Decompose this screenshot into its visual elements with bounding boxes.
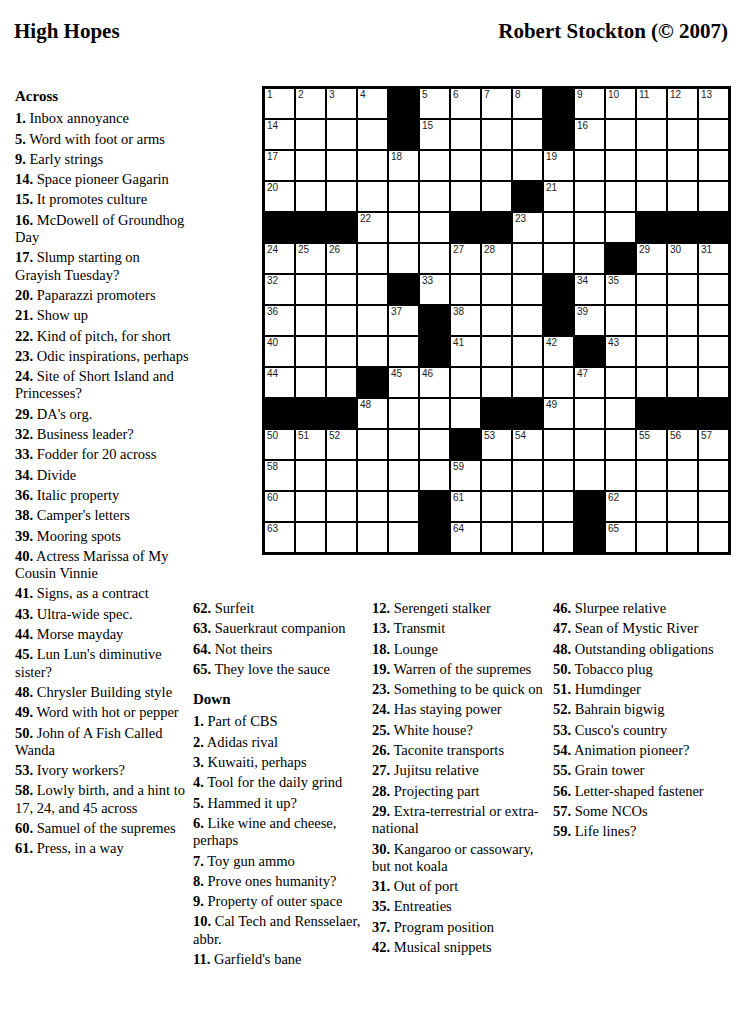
clue-down-2: 2. Adidas rival [193, 734, 363, 751]
grid-cell-r15c14[interactable] [668, 523, 697, 552]
clue-across-20: 20. Paparazzi promoters [15, 287, 189, 304]
cell-number-50: 50 [267, 430, 278, 442]
puzzle-byline: Robert Stockton (© 2007) [498, 19, 728, 44]
grid-cell-r6c15[interactable]: 31 [699, 244, 728, 273]
black-square-r5c8 [482, 213, 511, 242]
grid-cell-r8c8[interactable] [482, 306, 511, 335]
clue-number: 60. [15, 820, 33, 836]
clue-number: 24. [372, 701, 390, 717]
clue-number: 8. [193, 873, 204, 889]
grid-cell-r2c4[interactable] [358, 120, 387, 149]
cell-number-62: 62 [608, 492, 619, 504]
cell-number-22: 22 [360, 213, 371, 225]
clue-across-14: 14. Space pioneer Gagarin [15, 171, 189, 188]
cell-number-52: 52 [329, 430, 340, 442]
grid-cell-r7c3[interactable] [327, 275, 356, 304]
black-square-r12c7 [451, 430, 480, 459]
grid-cell-r2c7[interactable] [451, 120, 480, 149]
grid-cell-r6c14[interactable]: 30 [668, 244, 697, 273]
grid-cell-r15c5[interactable] [389, 523, 418, 552]
clue-number: 7. [193, 853, 204, 869]
grid-cell-r11c7[interactable] [451, 399, 480, 428]
grid-cell-r10c14[interactable] [668, 368, 697, 397]
grid-cell-r9c8[interactable] [482, 337, 511, 366]
grid-cell-r13c15[interactable] [699, 461, 728, 490]
grid-cell-r2c12[interactable] [606, 120, 635, 149]
clue-number: 63. [193, 620, 211, 636]
clue-number: 50. [15, 725, 33, 741]
black-square-r1c5 [389, 89, 418, 118]
black-square-r11c8 [482, 399, 511, 428]
grid-cell-r4c2[interactable] [296, 182, 325, 211]
cell-number-17: 17 [267, 151, 278, 163]
black-square-r11c15 [699, 399, 728, 428]
grid-cell-r12c10[interactable] [544, 430, 573, 459]
clue-number: 14. [15, 171, 33, 187]
clue-text: Fodder for 20 across [37, 446, 157, 462]
cell-number-49: 49 [546, 399, 557, 411]
grid-cell-r15c4[interactable] [358, 523, 387, 552]
grid-cell-r7c15[interactable] [699, 275, 728, 304]
clue-down-18: 18. Lounge [372, 641, 548, 658]
cell-number-27: 27 [453, 244, 464, 256]
clue-number: 43. [15, 606, 33, 622]
grid-cell-r4c1[interactable]: 20 [265, 182, 294, 211]
grid-cell-r2c14[interactable] [668, 120, 697, 149]
grid-cell-r15c7[interactable]: 64 [451, 523, 480, 552]
grid-cell-r1c15[interactable]: 13 [699, 89, 728, 118]
black-square-r11c13 [637, 399, 666, 428]
grid-cell-r10c6[interactable]: 46 [420, 368, 449, 397]
grid-cell-r14c8[interactable] [482, 492, 511, 521]
grid-cell-r9c5[interactable] [389, 337, 418, 366]
grid-cell-r15c8[interactable] [482, 523, 511, 552]
grid-cell-r9c12[interactable]: 43 [606, 337, 635, 366]
clue-number: 1. [193, 713, 204, 729]
grid-cell-r2c6[interactable]: 15 [420, 120, 449, 149]
grid-cell-r5c12[interactable] [606, 213, 635, 242]
clue-text: Inbox annoyance [30, 110, 129, 126]
grid-cell-r1c11[interactable]: 9 [575, 89, 604, 118]
clue-column-down-end: 46. Slurpee relative47. Sean of Mystic R… [553, 600, 735, 844]
grid-cell-r7c13[interactable] [637, 275, 666, 304]
grid-cell-r8c13[interactable] [637, 306, 666, 335]
grid-cell-r1c9[interactable]: 8 [513, 89, 542, 118]
grid-cell-r10c10[interactable] [544, 368, 573, 397]
grid-cell-r5c4[interactable]: 22 [358, 213, 387, 242]
clue-number: 17. [15, 249, 33, 265]
grid-cell-r3c15[interactable] [699, 151, 728, 180]
grid-cell-r2c9[interactable] [513, 120, 542, 149]
clue-down-47: 47. Sean of Mystic River [553, 620, 735, 637]
grid-cell-r13c1[interactable]: 58 [265, 461, 294, 490]
clue-number: 45. [15, 646, 33, 662]
grid-cell-r5c5[interactable] [389, 213, 418, 242]
grid-cell-r9c15[interactable] [699, 337, 728, 366]
cell-number-35: 35 [608, 275, 619, 287]
grid-cell-r8c2[interactable] [296, 306, 325, 335]
grid-cell-r4c7[interactable] [451, 182, 480, 211]
grid-cell-r5c10[interactable] [544, 213, 573, 242]
grid-cell-r7c12[interactable]: 35 [606, 275, 635, 304]
clue-number: 5. [15, 131, 26, 147]
clue-text: Mooring spots [37, 528, 121, 544]
grid-cell-r14c2[interactable] [296, 492, 325, 521]
grid-cell-r10c8[interactable] [482, 368, 511, 397]
grid-cell-r1c14[interactable]: 12 [668, 89, 697, 118]
grid-cell-r10c3[interactable] [327, 368, 356, 397]
grid-cell-r3c3[interactable] [327, 151, 356, 180]
cell-number-44: 44 [267, 368, 278, 380]
grid-cell-r7c14[interactable] [668, 275, 697, 304]
grid-cell-r1c1[interactable]: 1 [265, 89, 294, 118]
grid-cell-r12c8[interactable]: 53 [482, 430, 511, 459]
grid-cell-r15c1[interactable]: 63 [265, 523, 294, 552]
cell-number-25: 25 [298, 244, 309, 256]
clue-across-15: 15. It promotes culture [15, 191, 189, 208]
grid-cell-r12c14[interactable]: 56 [668, 430, 697, 459]
grid-cell-r3c1[interactable]: 17 [265, 151, 294, 180]
grid-cell-r3c5[interactable]: 18 [389, 151, 418, 180]
grid-cell-r4c10[interactable]: 21 [544, 182, 573, 211]
grid-cell-r6c13[interactable]: 29 [637, 244, 666, 273]
cell-number-5: 5 [422, 89, 428, 101]
grid-cell-r10c15[interactable] [699, 368, 728, 397]
grid-cell-r13c2[interactable] [296, 461, 325, 490]
grid-cell-r9c3[interactable] [327, 337, 356, 366]
black-square-r11c1 [265, 399, 294, 428]
grid-cell-r12c12[interactable] [606, 430, 635, 459]
black-square-r4c9 [513, 182, 542, 211]
cell-number-63: 63 [267, 523, 278, 535]
clue-across-58: 58. Lowly birth, and a hint to 17, 24, a… [15, 782, 189, 817]
clue-number: 16. [15, 212, 33, 228]
grid-cell-r14c12[interactable]: 62 [606, 492, 635, 521]
cell-number-33: 33 [422, 275, 433, 287]
grid-cell-r3c9[interactable] [513, 151, 542, 180]
grid-cell-r14c4[interactable] [358, 492, 387, 521]
grid-cell-r6c7[interactable]: 27 [451, 244, 480, 273]
clue-down-55: 55. Grain tower [553, 762, 735, 779]
grid-cell-r10c7[interactable] [451, 368, 480, 397]
grid-cell-r12c6[interactable] [420, 430, 449, 459]
black-square-r5c2 [296, 213, 325, 242]
grid-cell-r8c12[interactable] [606, 306, 635, 335]
grid-cell-r4c13[interactable] [637, 182, 666, 211]
grid-cell-r14c13[interactable] [637, 492, 666, 521]
grid-cell-r11c11[interactable] [575, 399, 604, 428]
clue-across-49: 49. Word with hot or pepper [15, 704, 189, 721]
grid-cell-r14c7[interactable]: 61 [451, 492, 480, 521]
clue-text: Letter-shaped fastener [575, 783, 704, 799]
black-square-r7c5 [389, 275, 418, 304]
grid-cell-r12c11[interactable] [575, 430, 604, 459]
grid-cell-r8c7[interactable]: 38 [451, 306, 480, 335]
clue-across-36: 36. Italic property [15, 487, 189, 504]
cell-number-38: 38 [453, 306, 464, 318]
grid-cell-r6c5[interactable] [389, 244, 418, 273]
black-square-r15c11 [575, 523, 604, 552]
grid-cell-r13c10[interactable] [544, 461, 573, 490]
grid-cell-r3c7[interactable] [451, 151, 480, 180]
grid-cell-r15c10[interactable] [544, 523, 573, 552]
grid-cell-r2c1[interactable]: 14 [265, 120, 294, 149]
grid-cell-r4c11[interactable] [575, 182, 604, 211]
grid-cell-r6c6[interactable] [420, 244, 449, 273]
clue-text: Lowly birth, and a hint to 17, 24, and 4… [15, 782, 185, 815]
cell-number-46: 46 [422, 368, 433, 380]
grid-cell-r11c4[interactable]: 48 [358, 399, 387, 428]
grid-cell-r6c2[interactable]: 25 [296, 244, 325, 273]
grid-cell-r15c9[interactable] [513, 523, 542, 552]
grid-cell-r4c5[interactable] [389, 182, 418, 211]
grid-cell-r10c5[interactable]: 45 [389, 368, 418, 397]
grid-cell-r3c13[interactable] [637, 151, 666, 180]
grid-cell-r9c1[interactable]: 40 [265, 337, 294, 366]
grid-cell-r15c13[interactable] [637, 523, 666, 552]
grid-cell-r5c6[interactable] [420, 213, 449, 242]
clue-number: 42. [372, 939, 390, 955]
clue-down-10: 10. Cal Tech and Rensselaer, abbr. [193, 913, 363, 948]
clue-text: It promotes culture [37, 191, 147, 207]
clue-number: 31. [372, 878, 390, 894]
grid-cell-r7c9[interactable] [513, 275, 542, 304]
grid-cell-r11c6[interactable] [420, 399, 449, 428]
clue-text: Ivory workers? [37, 762, 125, 778]
grid-cell-r13c9[interactable] [513, 461, 542, 490]
cell-number-53: 53 [484, 430, 495, 442]
cell-number-29: 29 [639, 244, 650, 256]
grid-cell-r4c3[interactable] [327, 182, 356, 211]
grid-cell-r7c2[interactable] [296, 275, 325, 304]
grid-cell-r12c4[interactable] [358, 430, 387, 459]
black-square-r2c5 [389, 120, 418, 149]
black-square-r14c6 [420, 492, 449, 521]
grid-cell-r2c13[interactable] [637, 120, 666, 149]
grid-cell-r3c4[interactable] [358, 151, 387, 180]
grid-cell-r6c8[interactable]: 28 [482, 244, 511, 273]
grid-cell-r15c15[interactable] [699, 523, 728, 552]
cell-number-34: 34 [577, 275, 588, 287]
grid-cell-r5c9[interactable]: 23 [513, 213, 542, 242]
clue-down-11: 11. Garfield's bane [193, 951, 363, 968]
clue-text: Kind of pitch, for short [37, 328, 171, 344]
grid-cell-r3c10[interactable]: 19 [544, 151, 573, 180]
grid-cell-r11c12[interactable] [606, 399, 635, 428]
grid-cell-r8c11[interactable]: 39 [575, 306, 604, 335]
puzzle-title: High Hopes [14, 19, 120, 44]
black-square-r11c2 [296, 399, 325, 428]
grid-cell-r8c14[interactable] [668, 306, 697, 335]
grid-cell-r15c12[interactable]: 65 [606, 523, 635, 552]
grid-cell-r4c6[interactable] [420, 182, 449, 211]
grid-cell-r12c15[interactable]: 57 [699, 430, 728, 459]
grid-cell-r2c3[interactable] [327, 120, 356, 149]
clue-text: Samuel of the supremes [37, 820, 176, 836]
grid-cell-r7c6[interactable]: 33 [420, 275, 449, 304]
grid-cell-r7c11[interactable]: 34 [575, 275, 604, 304]
grid-cell-r9c4[interactable] [358, 337, 387, 366]
black-square-r11c14 [668, 399, 697, 428]
grid-cell-r14c10[interactable] [544, 492, 573, 521]
clue-text: Projecting part [394, 783, 480, 799]
clue-number: 39. [15, 528, 33, 544]
clue-across-22: 22. Kind of pitch, for short [15, 328, 189, 345]
clue-text: Early strings [30, 151, 104, 167]
grid-cell-r13c4[interactable] [358, 461, 387, 490]
grid-cell-r14c1[interactable]: 60 [265, 492, 294, 521]
grid-cell-r4c14[interactable] [668, 182, 697, 211]
clue-down-35: 35. Entreaties [372, 898, 548, 915]
grid-cell-r10c11[interactable]: 47 [575, 368, 604, 397]
cell-number-60: 60 [267, 492, 278, 504]
grid-cell-r9c13[interactable] [637, 337, 666, 366]
grid-cell-r2c11[interactable]: 16 [575, 120, 604, 149]
grid-cell-r3c12[interactable] [606, 151, 635, 180]
grid-cell-r5c11[interactable] [575, 213, 604, 242]
grid-cell-r6c11[interactable] [575, 244, 604, 273]
cell-number-9: 9 [577, 89, 583, 101]
grid-cell-r12c9[interactable]: 54 [513, 430, 542, 459]
grid-cell-r1c4[interactable]: 4 [358, 89, 387, 118]
clue-text: Hammed it up? [208, 795, 297, 811]
grid-cell-r3c11[interactable] [575, 151, 604, 180]
grid-cell-r13c12[interactable] [606, 461, 635, 490]
grid-cell-r2c8[interactable] [482, 120, 511, 149]
grid-cell-r9c9[interactable] [513, 337, 542, 366]
grid-cell-r7c1[interactable]: 32 [265, 275, 294, 304]
clue-down-5: 5. Hammed it up? [193, 795, 363, 812]
grid-cell-r1c7[interactable]: 6 [451, 89, 480, 118]
clue-number: 12. [372, 600, 390, 616]
grid-cell-r7c4[interactable] [358, 275, 387, 304]
clue-down-12: 12. Serengeti stalker [372, 600, 548, 617]
grid-cell-r10c13[interactable] [637, 368, 666, 397]
grid-cell-r13c8[interactable] [482, 461, 511, 490]
clue-down-9: 9. Property of outer space [193, 893, 363, 910]
cell-number-16: 16 [577, 120, 588, 132]
grid-cell-r6c1[interactable]: 24 [265, 244, 294, 273]
grid-cell-r7c7[interactable] [451, 275, 480, 304]
grid-cell-r8c1[interactable]: 36 [265, 306, 294, 335]
grid-cell-r14c15[interactable] [699, 492, 728, 521]
grid-cell-r1c2[interactable]: 2 [296, 89, 325, 118]
grid-cell-r6c4[interactable] [358, 244, 387, 273]
grid-cell-r2c2[interactable] [296, 120, 325, 149]
grid-cell-r14c14[interactable] [668, 492, 697, 521]
clue-number: 20. [15, 287, 33, 303]
black-square-r5c1 [265, 213, 294, 242]
grid-cell-r6c3[interactable]: 26 [327, 244, 356, 273]
grid-cell-r9c7[interactable]: 41 [451, 337, 480, 366]
grid-cell-r8c4[interactable] [358, 306, 387, 335]
grid-cell-r13c14[interactable] [668, 461, 697, 490]
grid-cell-r1c12[interactable]: 10 [606, 89, 635, 118]
clue-number: 11. [193, 951, 210, 967]
grid-cell-r13c6[interactable] [420, 461, 449, 490]
clue-text: Like wine and cheese, perhaps [193, 815, 336, 848]
grid-cell-r8c15[interactable] [699, 306, 728, 335]
clue-number: 46. [553, 600, 571, 616]
grid-cell-r14c3[interactable] [327, 492, 356, 521]
grid-cell-r3c8[interactable] [482, 151, 511, 180]
grid-cell-r4c12[interactable] [606, 182, 635, 211]
grid-cell-r3c2[interactable] [296, 151, 325, 180]
grid-cell-r8c3[interactable] [327, 306, 356, 335]
clue-number: 1. [15, 110, 26, 126]
grid-cell-r13c11[interactable] [575, 461, 604, 490]
grid-cell-r4c15[interactable] [699, 182, 728, 211]
black-square-r10c4 [358, 368, 387, 397]
grid-cell-r1c6[interactable]: 5 [420, 89, 449, 118]
grid-cell-r4c4[interactable] [358, 182, 387, 211]
cell-number-30: 30 [670, 244, 681, 256]
grid-cell-r1c3[interactable]: 3 [327, 89, 356, 118]
grid-cell-r14c5[interactable] [389, 492, 418, 521]
clue-text: Show up [37, 307, 88, 323]
clue-number: 29. [372, 803, 390, 819]
grid-cell-r3c14[interactable] [668, 151, 697, 180]
cell-number-12: 12 [670, 89, 681, 101]
clue-text: Toy gun ammo [207, 853, 295, 869]
grid-cell-r10c12[interactable] [606, 368, 635, 397]
cell-number-57: 57 [701, 430, 712, 442]
clue-text: Camper's letters [37, 507, 130, 523]
grid-cell-r10c9[interactable] [513, 368, 542, 397]
grid-cell-r1c13[interactable]: 11 [637, 89, 666, 118]
grid-cell-r13c3[interactable] [327, 461, 356, 490]
grid-cell-r12c1[interactable]: 50 [265, 430, 294, 459]
grid-cell-r2c15[interactable] [699, 120, 728, 149]
clue-across-61: 61. Press, in a way [15, 840, 189, 857]
grid-cell-r9c10[interactable]: 42 [544, 337, 573, 366]
clue-down-31: 31. Out of port [372, 878, 548, 895]
grid-cell-r12c13[interactable]: 55 [637, 430, 666, 459]
grid-cell-r14c9[interactable] [513, 492, 542, 521]
clue-down-4: 4. Tool for the daily grind [193, 774, 363, 791]
clue-across-17: 17. Slump starting on Grayish Tuesday? [15, 249, 189, 284]
grid-cell-r11c10[interactable]: 49 [544, 399, 573, 428]
grid-cell-r7c8[interactable] [482, 275, 511, 304]
cell-number-64: 64 [453, 523, 464, 535]
grid-cell-r12c3[interactable]: 52 [327, 430, 356, 459]
grid-cell-r9c14[interactable] [668, 337, 697, 366]
grid-cell-r8c5[interactable]: 37 [389, 306, 418, 335]
clue-across-60: 60. Samuel of the supremes [15, 820, 189, 837]
black-square-r5c15 [699, 213, 728, 242]
grid-cell-r6c10[interactable] [544, 244, 573, 273]
grid-cell-r12c5[interactable] [389, 430, 418, 459]
grid-cell-r13c5[interactable] [389, 461, 418, 490]
grid-cell-r6c9[interactable] [513, 244, 542, 273]
clue-number: 2. [193, 734, 204, 750]
grid-cell-r15c2[interactable] [296, 523, 325, 552]
clue-number: 53. [15, 762, 33, 778]
cell-number-54: 54 [515, 430, 526, 442]
grid-cell-r1c8[interactable]: 7 [482, 89, 511, 118]
grid-cell-r8c9[interactable] [513, 306, 542, 335]
grid-cell-r3c6[interactable] [420, 151, 449, 180]
grid-cell-r13c13[interactable] [637, 461, 666, 490]
grid-cell-r10c1[interactable]: 44 [265, 368, 294, 397]
grid-cell-r15c3[interactable] [327, 523, 356, 552]
grid-cell-r10c2[interactable] [296, 368, 325, 397]
grid-cell-r12c2[interactable]: 51 [296, 430, 325, 459]
grid-cell-r9c2[interactable] [296, 337, 325, 366]
grid-cell-r4c8[interactable] [482, 182, 511, 211]
grid-cell-r13c7[interactable]: 59 [451, 461, 480, 490]
grid-cell-r11c5[interactable] [389, 399, 418, 428]
